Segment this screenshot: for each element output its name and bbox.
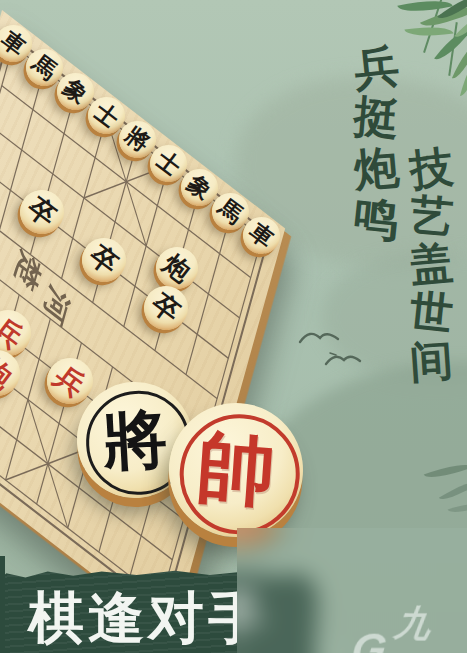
banner-title: 棋逢对手 [28, 581, 268, 653]
jiuyou-logo-icon: G [349, 627, 389, 653]
slogan-character: 艺 [408, 192, 455, 241]
big-piece-shuai: 帥 [164, 398, 307, 541]
slogan-character: 技 [408, 144, 455, 193]
slogan-character: 兵 [352, 42, 402, 94]
left-edge-stripe [0, 556, 5, 653]
jiuyou-label: 九游 [384, 600, 467, 653]
slogan-character: 挺 [352, 92, 401, 143]
slogan-character: 间 [408, 337, 454, 385]
poster-canvas: 楚河 車馬象士將士象馬車炮卒卒卒兵兵炮 兵挺炮鸣 技艺盖世间 將 帥 棋逢对手 … [0, 0, 467, 653]
slogan-character: 鸣 [352, 193, 402, 245]
slogan-column-2: 技艺盖世间 [410, 146, 453, 384]
flying-birds-icon [296, 322, 372, 380]
slogan-character: 盖 [408, 240, 455, 289]
slogan-column-1: 兵挺炮鸣 [354, 44, 399, 242]
jiuyou-watermark: G 九游 [345, 600, 467, 653]
piece-character: 帥 [164, 398, 307, 541]
slogan-character: 世 [408, 288, 455, 337]
slogan-character: 炮 [352, 143, 401, 194]
